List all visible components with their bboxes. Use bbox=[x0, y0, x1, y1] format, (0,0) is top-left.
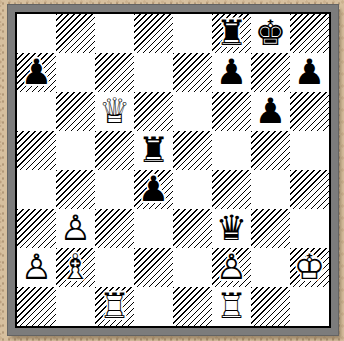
white-bishop-halo: ♝ bbox=[56, 248, 95, 287]
square-h5[interactable] bbox=[290, 131, 329, 170]
white-pawn-glyph: ♙ bbox=[56, 209, 95, 248]
black-pawn-glyph: ♟ bbox=[251, 92, 290, 131]
square-e4[interactable] bbox=[173, 170, 212, 209]
square-h3[interactable] bbox=[290, 209, 329, 248]
square-h2[interactable]: ♚♔ bbox=[290, 248, 329, 287]
black-pawn-halo: ♟ bbox=[251, 92, 290, 131]
square-f8[interactable]: ♜♜ bbox=[212, 14, 251, 53]
square-f4[interactable] bbox=[212, 170, 251, 209]
square-g7[interactable] bbox=[251, 53, 290, 92]
piece-black-pawn[interactable]: ♟♟ bbox=[17, 53, 56, 92]
square-a3[interactable] bbox=[17, 209, 56, 248]
piece-white-pawn[interactable]: ♟♙ bbox=[17, 248, 56, 287]
piece-white-rook[interactable]: ♜♖ bbox=[212, 287, 251, 326]
piece-black-queen[interactable]: ♛♛ bbox=[212, 209, 251, 248]
piece-white-queen[interactable]: ♛♕ bbox=[95, 92, 134, 131]
square-b5[interactable] bbox=[56, 131, 95, 170]
black-pawn-glyph: ♟ bbox=[17, 53, 56, 92]
page-background: { "game": "chess", "position": { "fen": … bbox=[0, 0, 344, 341]
square-a4[interactable] bbox=[17, 170, 56, 209]
square-d4[interactable]: ♟♟ bbox=[134, 170, 173, 209]
white-rook-halo: ♜ bbox=[212, 287, 251, 326]
white-pawn-halo: ♟ bbox=[212, 248, 251, 287]
square-f6[interactable] bbox=[212, 92, 251, 131]
square-d3[interactable] bbox=[134, 209, 173, 248]
black-pawn-halo: ♟ bbox=[17, 53, 56, 92]
square-b6[interactable] bbox=[56, 92, 95, 131]
square-h6[interactable] bbox=[290, 92, 329, 131]
black-king-halo: ♚ bbox=[251, 14, 290, 53]
square-e6[interactable] bbox=[173, 92, 212, 131]
piece-white-pawn[interactable]: ♟♙ bbox=[56, 209, 95, 248]
piece-black-king[interactable]: ♚♚ bbox=[251, 14, 290, 53]
piece-black-rook[interactable]: ♜♜ bbox=[212, 14, 251, 53]
square-b3[interactable]: ♟♙ bbox=[56, 209, 95, 248]
black-queen-glyph: ♛ bbox=[212, 209, 251, 248]
black-pawn-halo: ♟ bbox=[212, 53, 251, 92]
white-rook-glyph: ♖ bbox=[95, 287, 134, 326]
square-e3[interactable] bbox=[173, 209, 212, 248]
square-g8[interactable]: ♚♚ bbox=[251, 14, 290, 53]
board-inner-border: ♜♜♚♚♟♟♟♟♟♟♛♕♟♟♜♜♟♟♟♙♛♛♟♙♝♗♟♙♚♔♜♖♜♖ bbox=[15, 12, 331, 328]
piece-white-rook[interactable]: ♜♖ bbox=[95, 287, 134, 326]
square-d8[interactable] bbox=[134, 14, 173, 53]
square-d5[interactable]: ♜♜ bbox=[134, 131, 173, 170]
piece-white-king[interactable]: ♚♔ bbox=[290, 248, 329, 287]
square-d2[interactable] bbox=[134, 248, 173, 287]
square-b8[interactable] bbox=[56, 14, 95, 53]
white-king-glyph: ♔ bbox=[290, 248, 329, 287]
square-h7[interactable]: ♟♟ bbox=[290, 53, 329, 92]
square-c6[interactable]: ♛♕ bbox=[95, 92, 134, 131]
piece-black-rook[interactable]: ♜♜ bbox=[134, 131, 173, 170]
square-c3[interactable] bbox=[95, 209, 134, 248]
square-c1[interactable]: ♜♖ bbox=[95, 287, 134, 326]
square-c5[interactable] bbox=[95, 131, 134, 170]
square-f1[interactable]: ♜♖ bbox=[212, 287, 251, 326]
black-rook-halo: ♜ bbox=[212, 14, 251, 53]
square-d1[interactable] bbox=[134, 287, 173, 326]
square-d7[interactable] bbox=[134, 53, 173, 92]
black-pawn-glyph: ♟ bbox=[290, 53, 329, 92]
square-h1[interactable] bbox=[290, 287, 329, 326]
square-b4[interactable] bbox=[56, 170, 95, 209]
square-g6[interactable]: ♟♟ bbox=[251, 92, 290, 131]
square-a7[interactable]: ♟♟ bbox=[17, 53, 56, 92]
square-e2[interactable] bbox=[173, 248, 212, 287]
square-a5[interactable] bbox=[17, 131, 56, 170]
square-f7[interactable]: ♟♟ bbox=[212, 53, 251, 92]
piece-black-pawn[interactable]: ♟♟ bbox=[251, 92, 290, 131]
square-e5[interactable] bbox=[173, 131, 212, 170]
white-rook-halo: ♜ bbox=[95, 287, 134, 326]
square-f3[interactable]: ♛♛ bbox=[212, 209, 251, 248]
piece-white-bishop[interactable]: ♝♗ bbox=[56, 248, 95, 287]
square-a6[interactable] bbox=[17, 92, 56, 131]
white-pawn-halo: ♟ bbox=[56, 209, 95, 248]
white-rook-glyph: ♖ bbox=[212, 287, 251, 326]
white-queen-glyph: ♕ bbox=[95, 92, 134, 131]
square-f2[interactable]: ♟♙ bbox=[212, 248, 251, 287]
square-a8[interactable] bbox=[17, 14, 56, 53]
black-pawn-halo: ♟ bbox=[290, 53, 329, 92]
square-c7[interactable] bbox=[95, 53, 134, 92]
square-g4[interactable] bbox=[251, 170, 290, 209]
square-c2[interactable] bbox=[95, 248, 134, 287]
white-bishop-glyph: ♗ bbox=[56, 248, 95, 287]
white-king-halo: ♚ bbox=[290, 248, 329, 287]
square-a2[interactable]: ♟♙ bbox=[17, 248, 56, 287]
black-rook-halo: ♜ bbox=[134, 131, 173, 170]
black-king-glyph: ♚ bbox=[251, 14, 290, 53]
square-f5[interactable] bbox=[212, 131, 251, 170]
square-b1[interactable] bbox=[56, 287, 95, 326]
white-pawn-glyph: ♙ bbox=[212, 248, 251, 287]
white-pawn-halo: ♟ bbox=[17, 248, 56, 287]
square-e1[interactable] bbox=[173, 287, 212, 326]
piece-white-pawn[interactable]: ♟♙ bbox=[212, 248, 251, 287]
square-h4[interactable] bbox=[290, 170, 329, 209]
black-queen-halo: ♛ bbox=[212, 209, 251, 248]
black-rook-glyph: ♜ bbox=[134, 131, 173, 170]
piece-black-pawn[interactable]: ♟♟ bbox=[212, 53, 251, 92]
square-g5[interactable] bbox=[251, 131, 290, 170]
piece-black-pawn[interactable]: ♟♟ bbox=[134, 170, 173, 209]
square-b2[interactable]: ♝♗ bbox=[56, 248, 95, 287]
white-queen-halo: ♛ bbox=[95, 92, 134, 131]
square-d6[interactable] bbox=[134, 92, 173, 131]
board-frame: ♜♜♚♚♟♟♟♟♟♟♛♕♟♟♜♜♟♟♟♙♛♛♟♙♝♗♟♙♚♔♜♖♜♖ bbox=[8, 5, 338, 335]
square-c4[interactable] bbox=[95, 170, 134, 209]
black-pawn-glyph: ♟ bbox=[134, 170, 173, 209]
square-e7[interactable] bbox=[173, 53, 212, 92]
black-pawn-halo: ♟ bbox=[134, 170, 173, 209]
chess-board: ♜♜♚♚♟♟♟♟♟♟♛♕♟♟♜♜♟♟♟♙♛♛♟♙♝♗♟♙♚♔♜♖♜♖ bbox=[17, 14, 329, 326]
square-b7[interactable] bbox=[56, 53, 95, 92]
white-pawn-glyph: ♙ bbox=[17, 248, 56, 287]
square-e8[interactable] bbox=[173, 14, 212, 53]
piece-black-pawn[interactable]: ♟♟ bbox=[290, 53, 329, 92]
black-pawn-glyph: ♟ bbox=[212, 53, 251, 92]
square-g2[interactable] bbox=[251, 248, 290, 287]
square-h8[interactable] bbox=[290, 14, 329, 53]
square-g1[interactable] bbox=[251, 287, 290, 326]
black-rook-glyph: ♜ bbox=[212, 14, 251, 53]
square-g3[interactable] bbox=[251, 209, 290, 248]
square-a1[interactable] bbox=[17, 287, 56, 326]
square-c8[interactable] bbox=[95, 14, 134, 53]
